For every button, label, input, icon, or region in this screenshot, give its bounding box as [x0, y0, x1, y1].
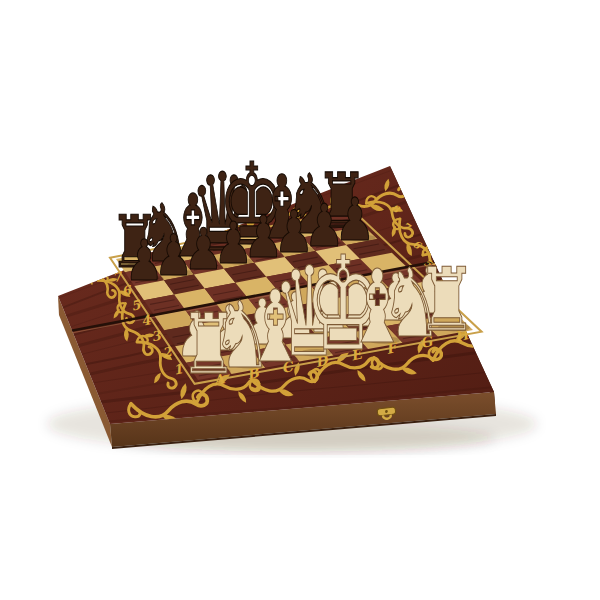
chess-board-scene: ABCDEFGH1234567812345678♜♞♝♛♚♝♞♜♟♟♟♟♟♟♟♟…	[0, 0, 600, 600]
white-rook-glyph: ♜	[416, 248, 476, 350]
chess-set-product-photo: ABCDEFGH1234567812345678♜♞♝♛♚♝♞♜♟♟♟♟♟♟♟♟…	[0, 0, 600, 600]
piece-white-rook-h1: ♜	[416, 248, 476, 350]
